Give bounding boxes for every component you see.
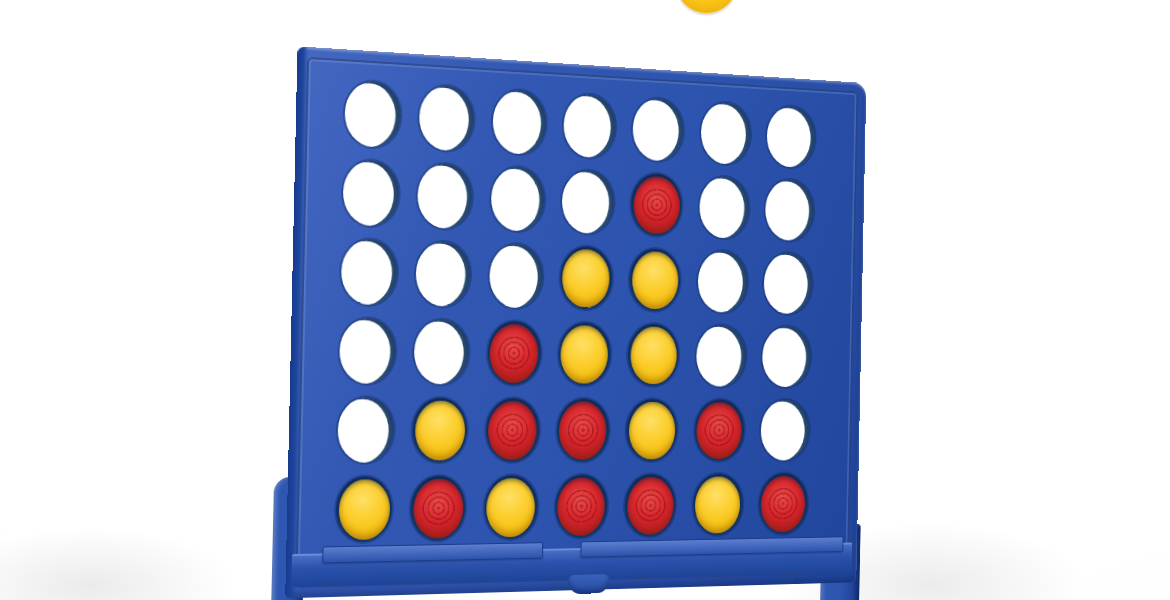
cell-r1-c3 (482, 82, 555, 163)
connect-four-board (285, 46, 866, 598)
empty-hole (344, 80, 401, 148)
cell-r5-c4 (547, 392, 618, 469)
empty-hole (414, 319, 470, 384)
empty-hole (492, 89, 546, 155)
cell-r3-c7 (755, 246, 821, 321)
incoming-yellow-disc (676, 0, 737, 13)
filled-hole (485, 398, 539, 462)
cell-r1-c7 (758, 98, 824, 175)
cell-r4-c1 (329, 311, 406, 391)
cell-r1-c4 (554, 86, 625, 166)
red-disc (489, 323, 539, 382)
cell-r1-c5 (623, 90, 692, 169)
filled-hole (624, 474, 676, 537)
cell-r2-c4 (552, 162, 623, 241)
filled-hole (631, 173, 683, 237)
filled-hole (484, 475, 538, 539)
filled-hole (628, 323, 680, 386)
cell-r4-c7 (753, 319, 819, 393)
red-disc (559, 401, 607, 459)
yellow-disc (631, 250, 678, 309)
cell-r6-c6 (683, 467, 751, 542)
filled-hole (335, 476, 392, 542)
cell-r2-c6 (690, 169, 758, 246)
column-7-drop-zone[interactable] (750, 98, 824, 541)
column-6-drop-zone[interactable] (683, 94, 759, 542)
cell-r4-c3 (477, 314, 550, 392)
cell-r6-c7 (750, 467, 816, 541)
red-disc (761, 475, 806, 532)
filled-hole (629, 248, 681, 311)
yellow-disc (628, 401, 675, 459)
cell-r3-c1 (331, 231, 408, 312)
yellow-disc (415, 400, 466, 460)
cell-r6-c2 (401, 469, 476, 548)
empty-hole (700, 101, 750, 165)
empty-hole (419, 85, 475, 152)
cell-r3-c2 (406, 234, 481, 314)
cell-r1-c1 (334, 73, 411, 156)
disc-release-rail (291, 543, 852, 588)
empty-hole (762, 326, 811, 387)
cell-r2-c7 (756, 172, 822, 248)
yellow-disc (630, 326, 677, 384)
cell-r2-c5 (622, 166, 691, 244)
column-3-drop-zone[interactable] (474, 82, 555, 547)
board-grid (325, 73, 823, 550)
cell-r3-c5 (620, 241, 690, 318)
cell-r3-c4 (551, 239, 622, 317)
empty-hole (341, 239, 398, 306)
cell-r2-c2 (408, 156, 483, 237)
cell-r5-c5 (617, 392, 687, 468)
backdrop-shadow-left (0, 525, 240, 600)
filled-hole (560, 246, 613, 310)
filled-hole (555, 475, 608, 539)
red-disc (627, 476, 674, 534)
empty-hole (337, 397, 394, 463)
cell-r2-c3 (481, 159, 554, 239)
empty-hole (417, 163, 473, 229)
filled-hole (558, 322, 611, 385)
filled-hole (626, 399, 678, 461)
filled-hole (557, 399, 610, 462)
empty-hole (339, 318, 396, 384)
empty-hole (632, 97, 684, 162)
yellow-disc (486, 478, 536, 537)
red-disc (413, 478, 464, 538)
cell-r2-c1 (333, 152, 410, 234)
cell-r4-c4 (549, 315, 620, 392)
filled-hole (412, 398, 468, 463)
cell-r6-c4 (546, 468, 617, 545)
filled-hole (410, 476, 466, 541)
filled-hole (694, 399, 744, 461)
empty-hole (695, 325, 745, 387)
column-5-drop-zone[interactable] (615, 90, 692, 543)
cell-r5-c1 (327, 390, 404, 470)
cell-r3-c3 (479, 236, 552, 315)
filled-hole (692, 474, 743, 536)
empty-hole (765, 179, 814, 241)
cell-r5-c7 (751, 393, 817, 467)
empty-hole (489, 243, 543, 308)
column-4-drop-zone[interactable] (546, 86, 625, 545)
empty-hole (416, 241, 472, 307)
empty-hole (490, 166, 544, 232)
cell-r1-c6 (691, 94, 759, 172)
yellow-disc (560, 325, 608, 384)
column-1-drop-zone[interactable] (325, 73, 411, 550)
photo-background: { "game": "Connect Four (Connect 4)", "s… (0, 0, 1170, 600)
filled-hole (487, 321, 541, 385)
yellow-disc (562, 248, 610, 307)
cell-r4-c5 (619, 317, 689, 393)
empty-hole (699, 176, 749, 239)
empty-hole (697, 250, 747, 313)
release-tab-handle (568, 574, 609, 594)
filled-hole (759, 473, 808, 534)
red-disc (557, 477, 605, 536)
release-slider-left (323, 542, 543, 563)
cell-r5-c2 (402, 391, 477, 470)
cell-r4-c2 (404, 312, 479, 391)
empty-hole (343, 159, 400, 226)
yellow-disc (695, 476, 741, 533)
red-disc (488, 401, 538, 460)
empty-hole (763, 252, 812, 314)
empty-hole (561, 169, 614, 234)
cell-r4-c6 (687, 318, 755, 393)
cell-r6-c5 (615, 468, 685, 544)
cell-r1-c2 (409, 77, 484, 159)
yellow-disc (338, 479, 390, 540)
cell-r5-c6 (685, 393, 753, 468)
frame-side-edge (285, 46, 308, 598)
red-disc (696, 402, 742, 459)
empty-hole (760, 400, 809, 461)
red-disc (633, 175, 680, 234)
board-face (285, 46, 866, 598)
cell-r3-c6 (688, 243, 756, 319)
cell-r6-c1 (325, 469, 402, 549)
cell-r5-c3 (476, 391, 549, 469)
cell-r6-c3 (474, 468, 547, 546)
empty-hole (563, 93, 616, 158)
column-2-drop-zone[interactable] (401, 77, 484, 548)
empty-hole (766, 105, 815, 168)
